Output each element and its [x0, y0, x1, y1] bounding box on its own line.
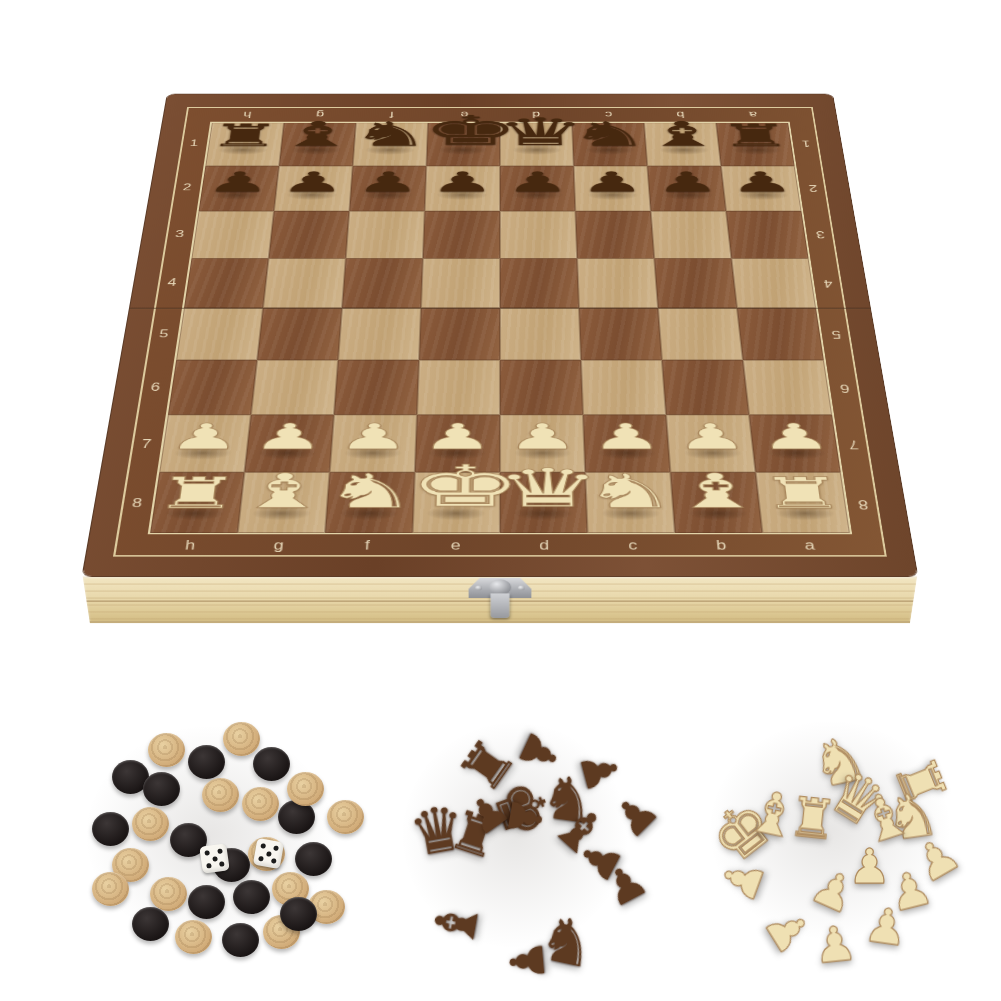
natural-checker-disc [287, 772, 324, 806]
board-square [647, 166, 726, 211]
board-square [500, 360, 583, 415]
piece-shadow [364, 145, 414, 155]
die-showing-5 [253, 838, 284, 869]
board-square [662, 360, 749, 415]
natural-checker-disc [150, 877, 187, 911]
board-square [338, 308, 421, 360]
black-checker-disc [233, 880, 270, 914]
board-square [731, 258, 816, 308]
black-checker-disc [132, 907, 169, 941]
board-square [726, 211, 808, 258]
board-square [500, 415, 585, 473]
clasp-screw-left [475, 586, 482, 591]
die-pip [271, 858, 277, 864]
natural-checker-disc [242, 787, 279, 821]
piece-shadow [438, 145, 488, 155]
die-pip [258, 856, 264, 862]
die-pip [212, 856, 218, 862]
die-pip [217, 848, 223, 854]
board-square [168, 360, 257, 415]
natural-checker-disc [148, 733, 185, 767]
die-pip [260, 843, 266, 849]
natural-checker-disc [132, 807, 169, 841]
board-square [334, 360, 419, 415]
board-square [419, 308, 500, 360]
natural-checker-disc [202, 778, 239, 812]
product-photo: 12345678 12345678 hgfedcba hgfedcba ♜♝♞♚… [0, 0, 1001, 1001]
board-square [330, 415, 417, 473]
black-checker-disc [188, 745, 225, 779]
chess-board: 12345678 12345678 hgfedcba hgfedcba ♜♝♞♚… [83, 94, 918, 576]
piece-shadow [662, 189, 714, 199]
board-square [238, 472, 330, 533]
dark-pieces-pile: ♜♟♟♞♚♛♜♟♟♝♟♟♟♝♞♟ [375, 695, 655, 975]
board-square [721, 166, 801, 211]
board-square [176, 308, 263, 360]
board-square [654, 258, 737, 308]
board-square [581, 360, 666, 415]
board-square [425, 166, 500, 211]
board-square [199, 166, 279, 211]
light-pieces-pile: ♞♜♞♚♝♜♛♝♟♟♟♟♟♟♟♟ [680, 695, 980, 965]
board-square [743, 360, 832, 415]
board-square [658, 308, 743, 360]
black-checker-disc [188, 885, 225, 919]
board-square [257, 308, 342, 360]
board-square [263, 258, 346, 308]
clasp [456, 576, 544, 621]
piece-shadow [437, 189, 488, 199]
board-square [342, 258, 423, 308]
board-square [325, 472, 415, 533]
board-square [500, 472, 587, 533]
clasp-screw-right [518, 586, 525, 591]
board-square [500, 258, 579, 308]
board-square [756, 472, 850, 533]
piece-shadow [658, 145, 709, 155]
piece-shadow [286, 189, 338, 199]
pine-box-side [83, 576, 918, 623]
piece-shadow [512, 145, 562, 155]
piece-shadow [210, 189, 262, 199]
black-checker-disc [92, 812, 129, 846]
board-square [413, 472, 500, 533]
die-pip [204, 850, 210, 856]
board-squares [148, 122, 853, 535]
board-square [500, 308, 581, 360]
piece-shadow [587, 189, 639, 199]
piece-shadow [737, 189, 789, 199]
board-square [150, 472, 244, 533]
natural-checker-disc [223, 722, 260, 756]
board-square [583, 415, 670, 473]
black-checker-disc [143, 772, 180, 806]
piece-shadow [512, 189, 563, 199]
black-checker-disc [295, 842, 332, 876]
die-pip [206, 863, 212, 869]
board-square [244, 415, 334, 473]
natural-checker-disc [175, 920, 212, 954]
board-square [579, 308, 662, 360]
board-square [159, 415, 251, 473]
board-square [651, 211, 732, 258]
board-square [251, 360, 338, 415]
die-pip [273, 845, 279, 851]
board-square [585, 472, 675, 533]
board-square [500, 211, 577, 258]
piece-shadow [361, 189, 413, 199]
checkers-pile [55, 700, 365, 970]
board-square [574, 166, 651, 211]
black-checker-disc [253, 747, 290, 781]
clasp-latch-tab [490, 593, 509, 618]
board-square [749, 415, 841, 473]
die-pip [219, 861, 225, 867]
board-scene: 12345678 12345678 hgfedcba hgfedcba ♜♝♞♚… [130, 0, 870, 678]
black-checker-disc [280, 897, 317, 931]
board-square [415, 415, 500, 473]
natural-checker-disc [92, 872, 129, 906]
board-square [670, 472, 762, 533]
board-square [423, 211, 500, 258]
die-showing-5 [199, 843, 229, 873]
board-square [417, 360, 500, 415]
black-checker-disc [222, 923, 259, 957]
board-square [577, 258, 658, 308]
die-pip [266, 851, 272, 857]
board-square [421, 258, 500, 308]
board-square [575, 211, 654, 258]
piece-shadow [585, 145, 635, 155]
pile-shadow [363, 683, 667, 987]
board-square [500, 166, 575, 211]
piece-shadow [732, 145, 783, 155]
board-square [346, 211, 425, 258]
board-square [184, 258, 269, 308]
board-square [191, 211, 273, 258]
board-square [269, 211, 350, 258]
board-square [274, 166, 353, 211]
board-square [349, 166, 426, 211]
natural-checker-disc [327, 800, 364, 834]
pile-shadow [668, 683, 992, 977]
board-square [737, 308, 824, 360]
board-square [666, 415, 756, 473]
